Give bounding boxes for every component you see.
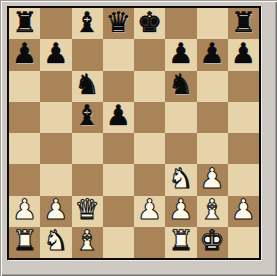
square-b5[interactable] (40, 102, 71, 133)
black-pawn[interactable]: ♟ (168, 40, 193, 68)
square-g4[interactable] (197, 133, 228, 164)
square-b8[interactable] (40, 8, 71, 39)
square-f5[interactable] (165, 102, 196, 133)
white-bishop[interactable]: ♝ (75, 227, 100, 255)
square-e5[interactable] (134, 102, 165, 133)
square-e7[interactable] (134, 39, 165, 70)
square-b6[interactable] (40, 71, 71, 102)
white-pawn[interactable]: ♟ (43, 196, 68, 224)
square-h2[interactable]: ♟ (228, 196, 259, 227)
square-g5[interactable] (197, 102, 228, 133)
square-d2[interactable] (103, 196, 134, 227)
white-rook[interactable]: ♜ (12, 227, 37, 255)
square-g7[interactable]: ♟ (197, 39, 228, 70)
square-g8[interactable] (197, 8, 228, 39)
square-d4[interactable] (103, 133, 134, 164)
black-rook[interactable]: ♜ (12, 9, 37, 37)
square-d1[interactable] (103, 227, 134, 258)
square-a5[interactable] (9, 102, 40, 133)
black-knight[interactable]: ♞ (75, 71, 100, 99)
black-pawn[interactable]: ♟ (12, 40, 37, 68)
square-f2[interactable]: ♟ (165, 196, 196, 227)
white-pawn[interactable]: ♟ (137, 196, 162, 224)
square-g6[interactable] (197, 71, 228, 102)
square-c2[interactable]: ♛ (72, 196, 103, 227)
black-pawn[interactable]: ♟ (200, 40, 225, 68)
square-g3[interactable]: ♟ (197, 164, 228, 195)
square-f8[interactable] (165, 8, 196, 39)
square-e2[interactable]: ♟ (134, 196, 165, 227)
square-d6[interactable] (103, 71, 134, 102)
black-pawn[interactable]: ♟ (231, 40, 256, 68)
black-bishop[interactable]: ♝ (75, 102, 100, 130)
square-h6[interactable] (228, 71, 259, 102)
square-g2[interactable]: ♝ (197, 196, 228, 227)
black-queen[interactable]: ♛ (106, 9, 131, 37)
white-pawn[interactable]: ♟ (231, 196, 256, 224)
square-e3[interactable] (134, 164, 165, 195)
square-e4[interactable] (134, 133, 165, 164)
square-b7[interactable]: ♟ (40, 39, 71, 70)
white-bishop[interactable]: ♝ (200, 196, 225, 224)
white-pawn[interactable]: ♟ (168, 196, 193, 224)
white-pawn[interactable]: ♟ (200, 165, 225, 193)
square-h8[interactable]: ♜ (228, 8, 259, 39)
square-a6[interactable] (9, 71, 40, 102)
square-b1[interactable]: ♞ (40, 227, 71, 258)
square-h3[interactable] (228, 164, 259, 195)
square-d3[interactable] (103, 164, 134, 195)
square-a1[interactable]: ♜ (9, 227, 40, 258)
square-h4[interactable] (228, 133, 259, 164)
square-f4[interactable] (165, 133, 196, 164)
square-h5[interactable] (228, 102, 259, 133)
square-c7[interactable] (72, 39, 103, 70)
square-h1[interactable] (228, 227, 259, 258)
square-g1[interactable]: ♚ (197, 227, 228, 258)
square-b2[interactable]: ♟ (40, 196, 71, 227)
black-knight[interactable]: ♞ (168, 71, 193, 99)
square-c1[interactable]: ♝ (72, 227, 103, 258)
square-e1[interactable] (134, 227, 165, 258)
square-c5[interactable]: ♝ (72, 102, 103, 133)
black-pawn[interactable]: ♟ (43, 40, 68, 68)
black-rook[interactable]: ♜ (231, 9, 256, 37)
window-frame: ♜♝♛♚♜♟♟♟♟♟♞♞♝♟♞♟♟♟♛♟♟♝♟♜♞♝♜♚ (0, 0, 277, 276)
square-a8[interactable]: ♜ (9, 8, 40, 39)
black-bishop[interactable]: ♝ (75, 9, 100, 37)
white-king[interactable]: ♚ (200, 227, 225, 255)
square-b3[interactable] (40, 164, 71, 195)
white-queen[interactable]: ♛ (75, 196, 100, 224)
white-knight[interactable]: ♞ (168, 165, 193, 193)
square-f6[interactable]: ♞ (165, 71, 196, 102)
square-d8[interactable]: ♛ (103, 8, 134, 39)
square-h7[interactable]: ♟ (228, 39, 259, 70)
square-a7[interactable]: ♟ (9, 39, 40, 70)
square-c8[interactable]: ♝ (72, 8, 103, 39)
square-a4[interactable] (9, 133, 40, 164)
square-a3[interactable] (9, 164, 40, 195)
square-d7[interactable] (103, 39, 134, 70)
square-b4[interactable] (40, 133, 71, 164)
square-f3[interactable]: ♞ (165, 164, 196, 195)
chess-board: ♜♝♛♚♜♟♟♟♟♟♞♞♝♟♞♟♟♟♛♟♟♝♟♜♞♝♜♚ (7, 6, 261, 260)
black-king[interactable]: ♚ (137, 9, 162, 37)
square-d5[interactable]: ♟ (103, 102, 134, 133)
square-c4[interactable] (72, 133, 103, 164)
square-c6[interactable]: ♞ (72, 71, 103, 102)
black-pawn[interactable]: ♟ (106, 102, 131, 130)
square-e6[interactable] (134, 71, 165, 102)
square-a2[interactable]: ♟ (9, 196, 40, 227)
white-knight[interactable]: ♞ (43, 227, 68, 255)
square-f1[interactable]: ♜ (165, 227, 196, 258)
white-pawn[interactable]: ♟ (12, 196, 37, 224)
white-rook[interactable]: ♜ (168, 227, 193, 255)
square-c3[interactable] (72, 164, 103, 195)
square-f7[interactable]: ♟ (165, 39, 196, 70)
square-e8[interactable]: ♚ (134, 8, 165, 39)
